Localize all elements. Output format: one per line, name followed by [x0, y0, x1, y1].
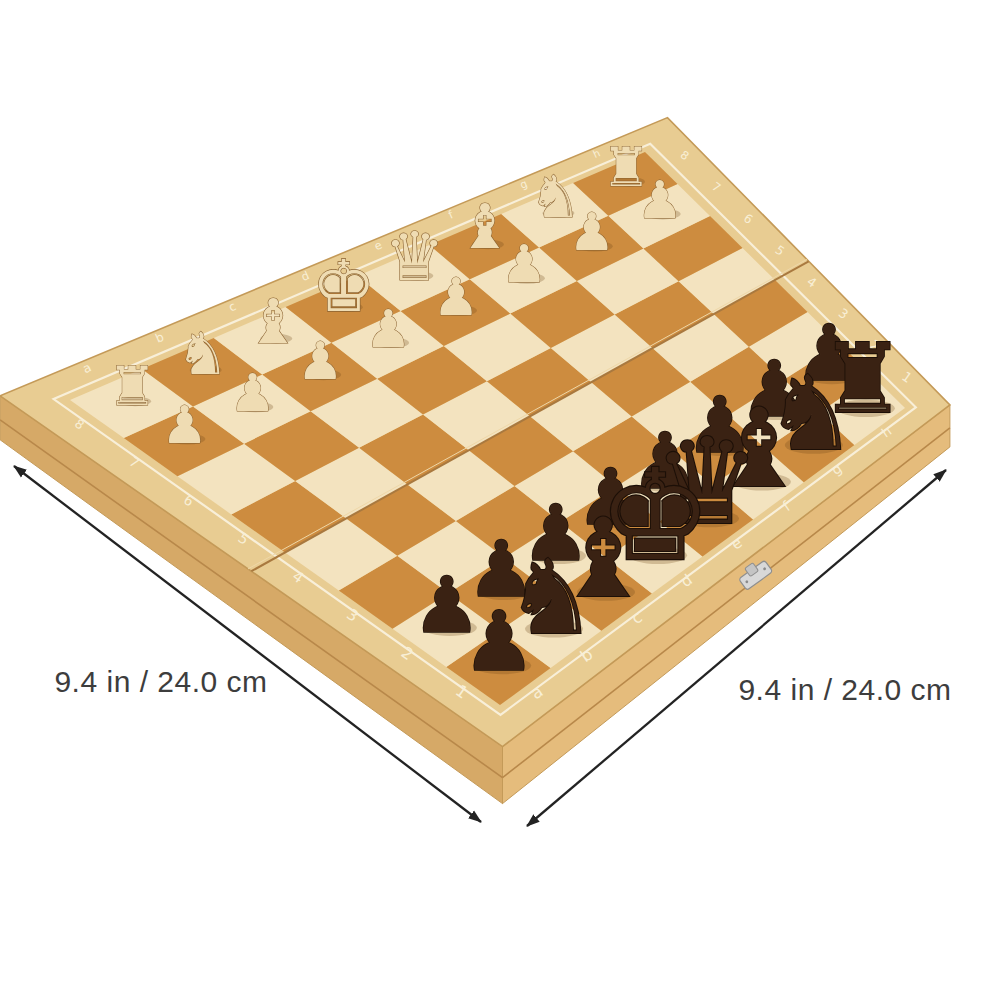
scene-canvas: aa11bb22cc33dd44ee55ff66gg77hh88 ♜♞♝♛♚♝♞…: [0, 0, 1002, 1002]
piece-light-pawn-d7: ♟: [365, 299, 412, 359]
piece-light-rook-a8: ♜: [108, 355, 157, 418]
dimension-label-left: 9.4 in / 24.0 cm: [54, 665, 267, 698]
piece-dark-pawn-a1: ♟: [462, 593, 536, 690]
chess-set-product-photo: aa11bb22cc33dd44ee55ff66gg77hh88 ♜♞♝♛♚♝♞…: [0, 0, 1002, 1002]
dimension-label-right: 9.4 in / 24.0 cm: [738, 673, 951, 706]
piece-light-pawn-f7: ♟: [501, 234, 548, 294]
piece-light-pawn-g7: ♟: [569, 202, 616, 262]
piece-light-pawn-c7: ♟: [297, 331, 344, 391]
piece-light-knight-b8: ♞: [177, 320, 229, 388]
piece-light-pawn-h7: ♟: [636, 170, 683, 230]
piece-light-pawn-a7: ♟: [161, 395, 208, 455]
piece-light-pawn-e7: ♟: [433, 267, 480, 327]
piece-light-pawn-b7: ♟: [229, 363, 276, 423]
piece-light-bishop-c8: ♝: [246, 286, 301, 358]
